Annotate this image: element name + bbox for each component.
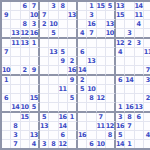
cell-r16c8[interactable] xyxy=(68,140,78,148)
cell-r6c8[interactable] xyxy=(68,48,78,57)
cell-r3c1[interactable] xyxy=(2,20,11,29)
cell-r9c10[interactable] xyxy=(87,76,96,85)
cell-r5c13[interactable]: 12 xyxy=(116,39,125,48)
cell-r4c10[interactable]: 7 xyxy=(87,29,96,39)
cell-r7c13[interactable] xyxy=(116,57,125,66)
cell-r12c2[interactable]: 14 xyxy=(11,103,20,113)
cell-r1c11[interactable]: 15 xyxy=(97,2,106,11)
cell-r4c5[interactable] xyxy=(40,29,49,39)
cell-r7c11[interactable] xyxy=(97,57,106,66)
cell-r1c12[interactable]: 5 xyxy=(106,2,116,11)
cell-r14c8[interactable] xyxy=(68,122,78,131)
cell-r6c6[interactable]: 13 xyxy=(49,48,58,57)
cell-r12c11[interactable] xyxy=(97,103,106,113)
cell-r14c7[interactable]: 14 xyxy=(59,122,68,131)
cell-r1c16[interactable] xyxy=(144,2,150,11)
cell-r14c4[interactable] xyxy=(30,122,40,131)
cell-r1c5[interactable] xyxy=(40,2,49,11)
cell-r6c14[interactable] xyxy=(125,48,134,57)
cell-r11c16[interactable]: 2 xyxy=(144,94,150,103)
cell-r13c2[interactable] xyxy=(11,113,20,122)
cell-r5c12[interactable] xyxy=(106,39,116,48)
cell-r8c4[interactable]: 9 xyxy=(30,66,40,76)
cell-r12c4[interactable]: 5 xyxy=(30,103,40,113)
cell-r10c16[interactable] xyxy=(144,85,150,94)
cell-r5c11[interactable] xyxy=(97,39,106,48)
cell-r4c2[interactable]: 13 xyxy=(11,29,20,39)
cell-r4c6[interactable]: 5 xyxy=(49,29,58,39)
cell-r13c3[interactable]: 15 xyxy=(21,113,30,122)
cell-r2c1[interactable]: 9 xyxy=(2,11,11,20)
cell-r6c10[interactable] xyxy=(87,48,96,57)
cell-r3c16[interactable] xyxy=(144,20,150,29)
cell-r10c14[interactable] xyxy=(125,85,134,94)
cell-r1c6[interactable]: 3 xyxy=(49,2,58,11)
cell-r7c6[interactable] xyxy=(49,57,58,66)
cell-r8c14[interactable] xyxy=(125,66,134,76)
cell-r15c9[interactable]: 16 xyxy=(78,131,87,140)
cell-r13c4[interactable] xyxy=(30,113,40,122)
cell-r15c7[interactable]: 6 xyxy=(59,131,68,140)
cell-r15c14[interactable] xyxy=(125,131,134,140)
cell-r12c10[interactable] xyxy=(87,103,96,113)
cell-r16c12[interactable] xyxy=(106,140,116,148)
cell-r6c3[interactable] xyxy=(21,48,30,57)
cell-r6c13[interactable]: 4 xyxy=(116,48,125,57)
cell-r2c10[interactable]: 3 xyxy=(87,11,96,20)
cell-r5c8[interactable] xyxy=(68,39,78,48)
cell-r7c4[interactable] xyxy=(30,57,40,66)
cell-r12c1[interactable] xyxy=(2,103,11,113)
cell-r4c16[interactable] xyxy=(144,29,150,39)
cell-r15c3[interactable] xyxy=(21,131,30,140)
cell-r8c7[interactable] xyxy=(59,66,68,76)
cell-r11c8[interactable]: 5 xyxy=(68,94,78,103)
cell-r10c7[interactable]: 11 xyxy=(59,85,68,94)
cell-r4c7[interactable] xyxy=(59,29,68,39)
cell-r12c8[interactable] xyxy=(68,103,78,113)
cell-r14c12[interactable]: 12 xyxy=(106,122,116,131)
cell-r3c3[interactable]: 8 xyxy=(21,20,30,29)
cell-r4c9[interactable]: 4 xyxy=(78,29,87,39)
cell-r7c1[interactable] xyxy=(2,57,11,66)
cell-r8c3[interactable]: 2 xyxy=(21,66,30,76)
cell-r2c8[interactable]: 13 xyxy=(68,11,78,20)
cell-r1c13[interactable]: 13 xyxy=(116,2,125,11)
cell-r6c9[interactable]: 6 xyxy=(78,48,87,57)
cell-r5c3[interactable]: 13 xyxy=(21,39,30,48)
cell-r8c15[interactable] xyxy=(135,66,144,76)
cell-r1c3[interactable]: 6 xyxy=(21,2,30,11)
cell-r8c6[interactable] xyxy=(49,66,58,76)
cell-r2c7[interactable] xyxy=(59,11,68,20)
cell-r6c11[interactable] xyxy=(97,48,106,57)
cell-r5c15[interactable]: 3 xyxy=(135,39,144,48)
cell-r14c11[interactable]: 11 xyxy=(97,122,106,131)
cell-r14c9[interactable] xyxy=(78,122,87,131)
cell-r8c10[interactable] xyxy=(87,66,96,76)
cell-r13c9[interactable] xyxy=(78,113,87,122)
cell-r2c13[interactable]: 15 xyxy=(116,11,125,20)
cell-r3c13[interactable] xyxy=(116,20,125,29)
cell-r16c13[interactable]: 14 xyxy=(116,140,125,148)
cell-r12c6[interactable] xyxy=(49,103,58,113)
cell-r10c8[interactable] xyxy=(68,85,78,94)
cell-r5c9[interactable] xyxy=(78,39,87,48)
cell-r6c12[interactable] xyxy=(106,48,116,57)
cell-r5c5[interactable] xyxy=(40,39,49,48)
cell-r13c10[interactable] xyxy=(87,113,96,122)
cell-r4c8[interactable] xyxy=(68,29,78,39)
cell-r4c15[interactable] xyxy=(135,29,144,39)
cell-r7c3[interactable] xyxy=(21,57,30,66)
cell-r2c3[interactable] xyxy=(21,11,30,20)
cell-r16c11[interactable]: 10 xyxy=(97,140,106,148)
cell-r11c12[interactable] xyxy=(106,94,116,103)
cell-r12c9[interactable] xyxy=(78,103,87,113)
cell-r11c2[interactable] xyxy=(11,94,20,103)
cell-r16c7[interactable]: 12 xyxy=(59,140,68,148)
cell-r6c16[interactable]: 11 xyxy=(144,48,150,57)
cell-r7c2[interactable] xyxy=(11,57,20,66)
cell-r13c16[interactable] xyxy=(144,113,150,122)
cell-r14c6[interactable] xyxy=(49,122,58,131)
cell-r8c9[interactable]: 14 xyxy=(78,66,87,76)
cell-r12c15[interactable]: 13 xyxy=(135,103,144,113)
cell-r13c7[interactable]: 16 xyxy=(59,113,68,122)
cell-r16c9[interactable] xyxy=(78,140,87,148)
cell-r6c7[interactable]: 5 xyxy=(59,48,68,57)
cell-r11c10[interactable]: 8 xyxy=(87,94,96,103)
cell-r13c5[interactable]: 5 xyxy=(40,113,49,122)
cell-r3c4[interactable]: 3 xyxy=(30,20,40,29)
cell-r5c7[interactable] xyxy=(59,39,68,48)
cell-r12c16[interactable] xyxy=(144,103,150,113)
cell-r11c7[interactable] xyxy=(59,94,68,103)
cell-r8c2[interactable] xyxy=(11,66,20,76)
cell-r2c11[interactable] xyxy=(97,11,106,20)
cell-r9c4[interactable] xyxy=(30,76,40,85)
cell-r11c3[interactable] xyxy=(21,94,30,103)
cell-r9c7[interactable] xyxy=(59,76,68,85)
cell-r12c12[interactable] xyxy=(106,103,116,113)
cell-r1c8[interactable] xyxy=(68,2,78,11)
cell-r10c3[interactable] xyxy=(21,85,30,94)
cell-r11c11[interactable]: 12 xyxy=(97,94,106,103)
cell-r8c13[interactable] xyxy=(116,66,125,76)
cell-r11c14[interactable] xyxy=(125,94,134,103)
cell-r7c5[interactable] xyxy=(40,57,49,66)
cell-r3c5[interactable]: 2 xyxy=(40,20,49,29)
cell-r5c16[interactable] xyxy=(144,39,150,48)
cell-r9c5[interactable] xyxy=(40,76,49,85)
cell-r8c1[interactable]: 10 xyxy=(2,66,11,76)
cell-r13c15[interactable]: 6 xyxy=(135,113,144,122)
cell-r9c14[interactable]: 14 xyxy=(125,76,134,85)
sudoku-board: 6738115513149107133151183210161341312165… xyxy=(0,0,150,150)
cell-r14c3[interactable] xyxy=(21,122,30,131)
cell-r3c12[interactable]: 13 xyxy=(106,20,116,29)
cell-r9c15[interactable] xyxy=(135,76,144,85)
cell-r4c14[interactable]: 3 xyxy=(125,29,134,39)
cell-r13c13[interactable]: 3 xyxy=(116,113,125,122)
cell-r16c5[interactable]: 3 xyxy=(40,140,49,148)
cell-r10c6[interactable] xyxy=(49,85,58,94)
cell-r9c9[interactable]: 2 xyxy=(78,76,87,85)
cell-r16c1[interactable] xyxy=(2,140,11,148)
cell-r14c10[interactable] xyxy=(87,122,96,131)
cell-r16c6[interactable]: 8 xyxy=(49,140,58,148)
cell-r1c7[interactable]: 8 xyxy=(59,2,68,11)
cell-r9c2[interactable] xyxy=(11,76,20,85)
cell-r5c2[interactable]: 11 xyxy=(11,39,20,48)
cell-r13c11[interactable]: 7 xyxy=(97,113,106,122)
cell-r4c12[interactable]: 10 xyxy=(106,29,116,39)
cell-r8c12[interactable] xyxy=(106,66,116,76)
cell-r4c3[interactable]: 12 xyxy=(21,29,30,39)
cell-r11c9[interactable] xyxy=(78,94,87,103)
cell-r2c15[interactable]: 11 xyxy=(135,11,144,20)
cell-r3c6[interactable]: 10 xyxy=(49,20,58,29)
cell-r9c16[interactable]: 3 xyxy=(144,76,150,85)
cell-r11c6[interactable] xyxy=(49,94,58,103)
cell-r7c16[interactable] xyxy=(144,57,150,66)
cell-r2c2[interactable] xyxy=(11,11,20,20)
cell-r15c16[interactable]: 4 xyxy=(144,131,150,140)
cell-r15c1[interactable] xyxy=(2,131,11,140)
cell-r6c15[interactable] xyxy=(135,48,144,57)
cell-r2c14[interactable] xyxy=(125,11,134,20)
cell-r10c9[interactable]: 5 xyxy=(78,85,87,94)
cell-r14c14[interactable]: 7 xyxy=(125,122,134,131)
cell-r9c12[interactable] xyxy=(106,76,116,85)
cell-r8c5[interactable] xyxy=(40,66,49,76)
cell-r5c6[interactable] xyxy=(49,39,58,48)
cell-r7c14[interactable] xyxy=(125,57,134,66)
cell-r10c5[interactable] xyxy=(40,85,49,94)
cell-r10c2[interactable] xyxy=(11,85,20,94)
cell-r1c9[interactable] xyxy=(78,2,87,11)
cell-r4c1[interactable] xyxy=(2,29,11,39)
cell-r10c15[interactable] xyxy=(135,85,144,94)
cell-r11c13[interactable] xyxy=(116,94,125,103)
cell-r7c10[interactable]: 13 xyxy=(87,57,96,66)
cell-r9c13[interactable]: 6 xyxy=(116,76,125,85)
cell-r14c13[interactable]: 16 xyxy=(116,122,125,131)
cell-r4c11[interactable] xyxy=(97,29,106,39)
cell-r2c12[interactable] xyxy=(106,11,116,20)
cell-r10c10[interactable]: 10 xyxy=(87,85,96,94)
cell-r3c10[interactable]: 16 xyxy=(87,20,96,29)
cell-r14c1[interactable] xyxy=(2,122,11,131)
cell-r1c2[interactable] xyxy=(11,2,20,11)
cell-r2c5[interactable]: 7 xyxy=(40,11,49,20)
cell-r16c14[interactable]: 1 xyxy=(125,140,134,148)
cell-r11c4[interactable]: 15 xyxy=(30,94,40,103)
cell-r5c10[interactable] xyxy=(87,39,96,48)
cell-r15c4[interactable]: 13 xyxy=(30,131,40,140)
cell-r9c3[interactable] xyxy=(21,76,30,85)
cell-r6c2[interactable] xyxy=(11,48,20,57)
cell-r9c8[interactable]: 9 xyxy=(68,76,78,85)
cell-r16c3[interactable] xyxy=(21,140,30,148)
cell-r5c4[interactable]: 1 xyxy=(30,39,40,48)
cell-r8c16[interactable]: 7 xyxy=(144,66,150,76)
cell-r4c4[interactable]: 16 xyxy=(30,29,40,39)
cell-r1c1[interactable] xyxy=(2,2,11,11)
cell-r15c12[interactable]: 8 xyxy=(106,131,116,140)
cell-r12c5[interactable] xyxy=(40,103,49,113)
cell-r15c13[interactable]: 5 xyxy=(116,131,125,140)
cell-r3c11[interactable] xyxy=(97,20,106,29)
cell-r9c11[interactable] xyxy=(97,76,106,85)
cell-r7c7[interactable]: 9 xyxy=(59,57,68,66)
cell-r1c10[interactable]: 1 xyxy=(87,2,96,11)
cell-r16c10[interactable]: 6 xyxy=(87,140,96,148)
cell-r3c15[interactable]: 4 xyxy=(135,20,144,29)
cell-r8c8[interactable]: 16 xyxy=(68,66,78,76)
cell-r10c13[interactable] xyxy=(116,85,125,94)
cell-r14c16[interactable] xyxy=(144,122,150,131)
cell-r15c6[interactable] xyxy=(49,131,58,140)
cell-r7c12[interactable] xyxy=(106,57,116,66)
cell-r10c12[interactable] xyxy=(106,85,116,94)
cell-r3c7[interactable] xyxy=(59,20,68,29)
cell-r3c9[interactable] xyxy=(78,20,87,29)
cell-r13c1[interactable] xyxy=(2,113,11,122)
cell-r13c6[interactable] xyxy=(49,113,58,122)
cell-r15c10[interactable] xyxy=(87,131,96,140)
cell-r15c8[interactable] xyxy=(68,131,78,140)
cell-r9c1[interactable]: 1 xyxy=(2,76,11,85)
cell-r16c2[interactable]: 7 xyxy=(11,140,20,148)
cell-r1c14[interactable] xyxy=(125,2,134,11)
cell-r13c14[interactable]: 8 xyxy=(125,113,134,122)
cell-r16c15[interactable] xyxy=(135,140,144,148)
cell-r11c5[interactable] xyxy=(40,94,49,103)
cell-r7c9[interactable] xyxy=(78,57,87,66)
cell-r11c1[interactable]: 6 xyxy=(2,94,11,103)
cell-r13c8[interactable]: 1 xyxy=(68,113,78,122)
cell-r13c12[interactable] xyxy=(106,113,116,122)
cell-r14c15[interactable] xyxy=(135,122,144,131)
cell-r3c14[interactable] xyxy=(125,20,134,29)
cell-r9c6[interactable] xyxy=(49,76,58,85)
cell-r16c4[interactable]: 4 xyxy=(30,140,40,148)
cell-r6c5[interactable] xyxy=(40,48,49,57)
cell-r1c15[interactable]: 14 xyxy=(135,2,144,11)
cell-r12c14[interactable]: 16 xyxy=(125,103,134,113)
cell-r15c2[interactable]: 3 xyxy=(11,131,20,140)
cell-r2c6[interactable] xyxy=(49,11,58,20)
cell-r14c2[interactable]: 8 xyxy=(11,122,20,131)
cell-r15c15[interactable] xyxy=(135,131,144,140)
cell-r2c9[interactable] xyxy=(78,11,87,20)
cell-r1c4[interactable]: 7 xyxy=(30,2,40,11)
cell-r11c15[interactable] xyxy=(135,94,144,103)
cell-r10c11[interactable] xyxy=(97,85,106,94)
cell-r2c4[interactable]: 10 xyxy=(30,11,40,20)
cell-r6c1[interactable]: 7 xyxy=(2,48,11,57)
cell-r5c1[interactable] xyxy=(2,39,11,48)
cell-r14c5[interactable]: 13 xyxy=(40,122,49,131)
cell-r10c4[interactable] xyxy=(30,85,40,94)
cell-r2c16[interactable] xyxy=(144,11,150,20)
cell-r12c7[interactable] xyxy=(59,103,68,113)
cell-r15c5[interactable] xyxy=(40,131,49,140)
cell-r12c3[interactable]: 10 xyxy=(21,103,30,113)
cell-r4c13[interactable] xyxy=(116,29,125,39)
cell-r7c8[interactable]: 2 xyxy=(68,57,78,66)
cell-r6c4[interactable] xyxy=(30,48,40,57)
cell-r7c15[interactable] xyxy=(135,57,144,66)
cell-r8c11[interactable] xyxy=(97,66,106,76)
cell-r12c13[interactable]: 1 xyxy=(116,103,125,113)
cell-r3c8[interactable] xyxy=(68,20,78,29)
cell-r5c14[interactable]: 2 xyxy=(125,39,134,48)
cell-r3c2[interactable] xyxy=(11,20,20,29)
cell-r15c11[interactable] xyxy=(97,131,106,140)
cell-r16c16[interactable] xyxy=(144,140,150,148)
cell-r10c1[interactable] xyxy=(2,85,11,94)
